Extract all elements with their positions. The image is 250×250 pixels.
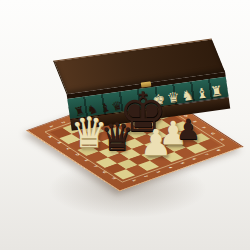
coord-rank-right-5: 5	[178, 161, 187, 165]
brass-latch-icon	[146, 110, 155, 117]
chess-storage-box: ♜♞♝♛ ♚♛♞♝♜	[62, 37, 230, 131]
coord-rank-right-6: 6	[190, 157, 199, 161]
coord-rank-right-4: 4	[166, 165, 175, 169]
coord-rank-right-3: 3	[154, 170, 163, 174]
coord-rank-right-1: 1	[129, 178, 138, 182]
coord-rank-right-2: 2	[142, 174, 151, 178]
chess-set-product-photo: AA88BB77CC66DD55EE44FF33GG22HH11 ♜♞♝♛ ♚♛…	[0, 0, 250, 250]
coord-rank-right-8: 8	[214, 148, 223, 152]
coord-rank-right-7: 7	[202, 152, 211, 156]
